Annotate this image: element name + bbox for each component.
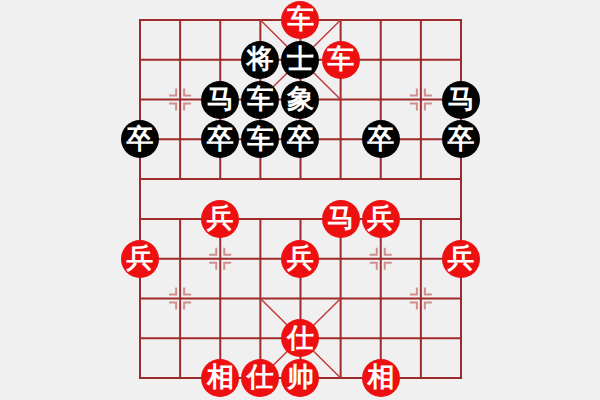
red-chariot[interactable]: 车 [281,1,319,39]
black-general[interactable]: 将 [241,41,279,79]
red-elephant[interactable]: 相 [362,359,400,397]
black-horse[interactable]: 马 [442,81,480,119]
red-pawn[interactable]: 兵 [121,240,159,278]
red-pawn[interactable]: 兵 [281,240,319,278]
black-chariot[interactable]: 车 [241,120,279,158]
red-pawn[interactable]: 兵 [362,200,400,238]
black-pawn[interactable]: 卒 [201,120,239,158]
red-chariot[interactable]: 车 [322,41,360,79]
black-pawn[interactable]: 卒 [362,120,400,158]
red-horse[interactable]: 马 [322,200,360,238]
black-chariot[interactable]: 车 [241,81,279,119]
black-advisor[interactable]: 士 [281,41,319,79]
xiangqi-app: 车将士车马车象马卒卒车卒卒卒兵马兵兵兵兵仕相仕帅相 [0,0,600,400]
red-pawn[interactable]: 兵 [442,240,480,278]
black-pawn[interactable]: 卒 [281,120,319,158]
red-advisor[interactable]: 仕 [281,319,319,357]
piece-layer[interactable]: 车将士车马车象马卒卒车卒卒卒兵马兵兵兵兵仕相仕帅相 [120,0,481,398]
black-elephant[interactable]: 象 [281,81,319,119]
black-pawn[interactable]: 卒 [442,120,480,158]
black-horse[interactable]: 马 [201,81,239,119]
red-advisor[interactable]: 仕 [241,359,279,397]
red-pawn[interactable]: 兵 [201,200,239,238]
black-pawn[interactable]: 卒 [121,120,159,158]
red-king[interactable]: 帅 [281,359,319,397]
red-elephant[interactable]: 相 [201,359,239,397]
